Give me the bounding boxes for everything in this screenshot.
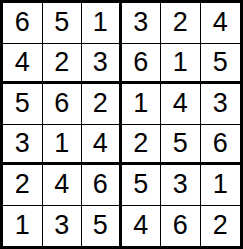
cell-r3c2[interactable]: 6 — [43, 84, 83, 125]
cell-r1c1[interactable]: 6 — [3, 3, 43, 44]
cell-r6c1[interactable]: 1 — [3, 206, 43, 247]
cell-r4c5[interactable]: 5 — [161, 125, 201, 166]
cell-r3c1[interactable]: 5 — [3, 84, 43, 125]
cell-r4c4[interactable]: 2 — [122, 125, 162, 166]
cell-r2c2[interactable]: 2 — [43, 44, 83, 85]
cell-r4c3[interactable]: 4 — [82, 125, 122, 166]
sudoku-board: 6 5 1 3 2 4 4 2 3 6 1 5 5 6 2 1 4 3 3 1 … — [0, 0, 243, 249]
cell-r1c6[interactable]: 4 — [201, 3, 241, 44]
cell-r6c4[interactable]: 4 — [122, 206, 162, 247]
cell-r3c5[interactable]: 4 — [161, 84, 201, 125]
cell-r2c3[interactable]: 3 — [82, 44, 122, 85]
cell-r5c5[interactable]: 3 — [161, 165, 201, 206]
cell-r1c3[interactable]: 1 — [82, 3, 122, 44]
cell-r5c4[interactable]: 5 — [122, 165, 162, 206]
cell-r3c3[interactable]: 2 — [82, 84, 122, 125]
cell-r5c1[interactable]: 2 — [3, 165, 43, 206]
cell-r3c4[interactable]: 1 — [122, 84, 162, 125]
cell-r4c1[interactable]: 3 — [3, 125, 43, 166]
cell-r1c4[interactable]: 3 — [122, 3, 162, 44]
cell-r2c6[interactable]: 5 — [201, 44, 241, 85]
cell-r4c2[interactable]: 1 — [43, 125, 83, 166]
cell-r5c3[interactable]: 6 — [82, 165, 122, 206]
cell-r5c2[interactable]: 4 — [43, 165, 83, 206]
cell-r1c2[interactable]: 5 — [43, 3, 83, 44]
cell-r6c2[interactable]: 3 — [43, 206, 83, 247]
cell-r2c5[interactable]: 1 — [161, 44, 201, 85]
cell-r1c5[interactable]: 2 — [161, 3, 201, 44]
cell-r2c1[interactable]: 4 — [3, 44, 43, 85]
cell-r5c6[interactable]: 1 — [201, 165, 241, 206]
cell-r3c6[interactable]: 3 — [201, 84, 241, 125]
cell-r6c3[interactable]: 5 — [82, 206, 122, 247]
cell-r2c4[interactable]: 6 — [122, 44, 162, 85]
cell-r6c6[interactable]: 2 — [201, 206, 241, 247]
cell-r4c6[interactable]: 6 — [201, 125, 241, 166]
cell-r6c5[interactable]: 6 — [161, 206, 201, 247]
